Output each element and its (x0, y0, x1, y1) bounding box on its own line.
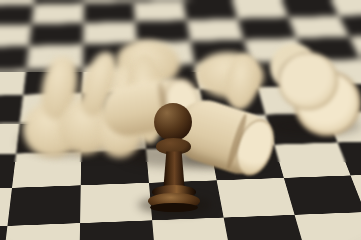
pawn-base-rim (150, 203, 197, 212)
pawn-head (154, 103, 192, 141)
chess-photo-scene: ♟ (0, 0, 361, 240)
standing-black-pawn: ♟ (146, 101, 202, 213)
fallen-white-base-facing (260, 40, 361, 140)
pawn-body (163, 151, 184, 188)
